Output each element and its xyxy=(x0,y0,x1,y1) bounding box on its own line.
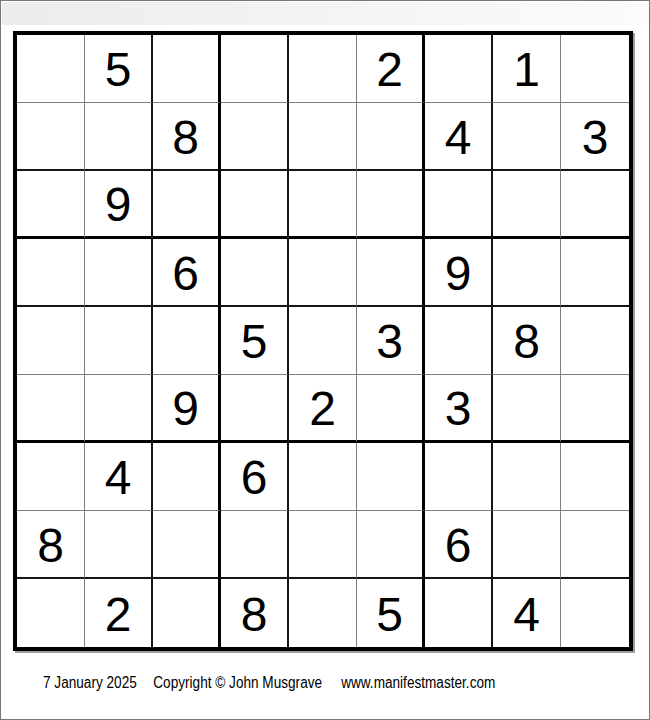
sudoku-cell: 2 xyxy=(289,375,357,443)
sudoku-cell: 4 xyxy=(425,103,493,171)
sudoku-cell: 8 xyxy=(221,579,289,647)
sudoku-cell[interactable] xyxy=(17,35,85,103)
sudoku-cell[interactable] xyxy=(289,103,357,171)
sudoku-cell[interactable] xyxy=(561,307,629,375)
footer-date: 7 January 2025 xyxy=(43,674,137,691)
footer: 7 January 2025 Copyright © John Musgrave… xyxy=(43,674,495,692)
sudoku-cell: 4 xyxy=(493,579,561,647)
sudoku-cell[interactable] xyxy=(493,443,561,511)
sudoku-cell[interactable] xyxy=(153,35,221,103)
sudoku-cell[interactable] xyxy=(357,103,425,171)
sudoku-cell[interactable] xyxy=(561,511,629,579)
sudoku-cell[interactable] xyxy=(85,239,153,307)
sudoku-cell[interactable] xyxy=(425,171,493,239)
sudoku-cell[interactable] xyxy=(561,35,629,103)
sudoku-cell[interactable] xyxy=(289,171,357,239)
sudoku-cell[interactable] xyxy=(289,239,357,307)
sudoku-cell: 5 xyxy=(221,307,289,375)
sudoku-cell[interactable] xyxy=(153,443,221,511)
sudoku-cell[interactable] xyxy=(221,35,289,103)
sudoku-cell[interactable] xyxy=(357,375,425,443)
sudoku-cell[interactable] xyxy=(221,239,289,307)
sudoku-cell[interactable] xyxy=(425,579,493,647)
sudoku-cell: 5 xyxy=(357,579,425,647)
sudoku-cell[interactable] xyxy=(289,511,357,579)
sudoku-cell[interactable] xyxy=(17,579,85,647)
sudoku-cell[interactable] xyxy=(221,375,289,443)
sudoku-cell[interactable] xyxy=(85,307,153,375)
sudoku-cell: 9 xyxy=(85,171,153,239)
sudoku-cell[interactable] xyxy=(561,443,629,511)
sudoku-cell[interactable] xyxy=(357,171,425,239)
sudoku-cell[interactable] xyxy=(289,307,357,375)
sudoku-cell[interactable] xyxy=(561,239,629,307)
sudoku-cell: 4 xyxy=(85,443,153,511)
sudoku-cell[interactable] xyxy=(221,103,289,171)
sudoku-cell[interactable] xyxy=(561,375,629,443)
sudoku-cell: 8 xyxy=(493,307,561,375)
sudoku-cell: 2 xyxy=(357,35,425,103)
sudoku-cell[interactable] xyxy=(289,443,357,511)
sudoku-cell: 8 xyxy=(153,103,221,171)
sudoku-cell[interactable] xyxy=(85,511,153,579)
sudoku-cell: 3 xyxy=(425,375,493,443)
sudoku-cell[interactable] xyxy=(153,171,221,239)
sudoku-cell[interactable] xyxy=(425,443,493,511)
sudoku-cell[interactable] xyxy=(561,171,629,239)
sudoku-cell[interactable] xyxy=(425,35,493,103)
sudoku-cell[interactable] xyxy=(85,103,153,171)
sudoku-cell[interactable] xyxy=(221,511,289,579)
sudoku-board: 52184396953892346862854 xyxy=(13,31,633,651)
sudoku-cell[interactable] xyxy=(17,239,85,307)
sudoku-cell: 3 xyxy=(561,103,629,171)
footer-website: www.manifestmaster.com xyxy=(341,674,495,691)
footer-copyright: Copyright © John Musgrave xyxy=(153,674,322,691)
sudoku-cell[interactable] xyxy=(17,375,85,443)
sudoku-cell[interactable] xyxy=(357,239,425,307)
sudoku-cell[interactable] xyxy=(17,443,85,511)
sudoku-cell[interactable] xyxy=(357,511,425,579)
sudoku-cell: 1 xyxy=(493,35,561,103)
sudoku-cell[interactable] xyxy=(85,375,153,443)
sudoku-cell: 6 xyxy=(153,239,221,307)
sudoku-cell: 2 xyxy=(85,579,153,647)
sudoku-cell[interactable] xyxy=(153,307,221,375)
sudoku-cell: 3 xyxy=(357,307,425,375)
sudoku-cell[interactable] xyxy=(425,307,493,375)
sudoku-cell[interactable] xyxy=(561,579,629,647)
sudoku-cell[interactable] xyxy=(153,579,221,647)
sudoku-cell: 8 xyxy=(17,511,85,579)
sudoku-cell[interactable] xyxy=(493,171,561,239)
sudoku-cell: 5 xyxy=(85,35,153,103)
sudoku-cell: 9 xyxy=(153,375,221,443)
sudoku-cell[interactable] xyxy=(493,239,561,307)
sudoku-cell[interactable] xyxy=(17,103,85,171)
sudoku-cell[interactable] xyxy=(221,171,289,239)
page: 52184396953892346862854 7 January 2025 C… xyxy=(0,0,650,720)
header-strip xyxy=(2,2,649,25)
sudoku-cell[interactable] xyxy=(493,375,561,443)
sudoku-cell: 6 xyxy=(425,511,493,579)
sudoku-cell[interactable] xyxy=(17,171,85,239)
sudoku-cell[interactable] xyxy=(289,579,357,647)
sudoku-cell[interactable] xyxy=(153,511,221,579)
sudoku-cell[interactable] xyxy=(493,511,561,579)
sudoku-cell[interactable] xyxy=(17,307,85,375)
sudoku-cell: 6 xyxy=(221,443,289,511)
sudoku-cell[interactable] xyxy=(289,35,357,103)
sudoku-cell[interactable] xyxy=(357,443,425,511)
sudoku-cell: 9 xyxy=(425,239,493,307)
sudoku-cell[interactable] xyxy=(493,103,561,171)
